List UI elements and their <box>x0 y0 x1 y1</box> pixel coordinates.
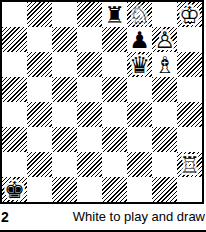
square-c2[interactable] <box>52 152 77 177</box>
square-h1[interactable] <box>177 177 202 202</box>
white-knight-f8: ♘ <box>127 2 152 27</box>
square-e8[interactable]: ♜ <box>102 2 127 27</box>
diagram-number: 2 <box>1 209 9 225</box>
square-g4[interactable] <box>152 102 177 127</box>
square-e5[interactable] <box>102 77 127 102</box>
black-queen-f6: ♛ <box>127 52 152 77</box>
white-pawn-g7: ♙ <box>152 27 177 52</box>
chess-board[interactable]: ♜♘♔♟♙♛♗♖♚ <box>0 0 204 204</box>
square-a2[interactable] <box>2 152 27 177</box>
square-h8[interactable]: ♔ <box>177 2 202 27</box>
square-b7[interactable] <box>27 27 52 52</box>
square-b6[interactable] <box>27 52 52 77</box>
square-e1[interactable] <box>102 177 127 202</box>
square-c7[interactable] <box>52 27 77 52</box>
square-c5[interactable] <box>52 77 77 102</box>
square-a6[interactable] <box>2 52 27 77</box>
square-d7[interactable] <box>77 27 102 52</box>
square-e3[interactable] <box>102 127 127 152</box>
square-h3[interactable] <box>177 127 202 152</box>
square-d5[interactable] <box>77 77 102 102</box>
square-f4[interactable] <box>127 102 152 127</box>
square-d6[interactable] <box>77 52 102 77</box>
square-a7[interactable] <box>2 27 27 52</box>
square-c6[interactable] <box>52 52 77 77</box>
square-h6[interactable] <box>177 52 202 77</box>
white-king-h8: ♔ <box>177 2 202 27</box>
square-e7[interactable] <box>102 27 127 52</box>
square-d3[interactable] <box>77 127 102 152</box>
square-f1[interactable] <box>127 177 152 202</box>
square-b5[interactable] <box>27 77 52 102</box>
square-a5[interactable] <box>2 77 27 102</box>
caption-bar: 2 White to play and draw <box>0 204 206 232</box>
square-a4[interactable] <box>2 102 27 127</box>
black-rook-e8: ♜ <box>102 2 127 27</box>
square-c4[interactable] <box>52 102 77 127</box>
square-f7[interactable]: ♟ <box>127 27 152 52</box>
square-g2[interactable] <box>152 152 177 177</box>
square-f5[interactable] <box>127 77 152 102</box>
square-b3[interactable] <box>27 127 52 152</box>
white-bishop-g6: ♗ <box>152 52 177 77</box>
square-a1[interactable]: ♚ <box>2 177 27 202</box>
square-e6[interactable] <box>102 52 127 77</box>
square-h4[interactable] <box>177 102 202 127</box>
stipulation-text: White to play and draw <box>73 209 205 224</box>
square-g3[interactable] <box>152 127 177 152</box>
square-g1[interactable] <box>152 177 177 202</box>
square-b8[interactable] <box>27 2 52 27</box>
square-f6[interactable]: ♛ <box>127 52 152 77</box>
square-c1[interactable] <box>52 177 77 202</box>
square-g8[interactable] <box>152 2 177 27</box>
square-c3[interactable] <box>52 127 77 152</box>
square-h5[interactable] <box>177 77 202 102</box>
square-d4[interactable] <box>77 102 102 127</box>
square-b1[interactable] <box>27 177 52 202</box>
black-king-a1: ♚ <box>2 177 27 202</box>
square-c8[interactable] <box>52 2 77 27</box>
chess-diagram-page: ♜♘♔♟♙♛♗♖♚ 2 White to play and draw <box>0 0 206 232</box>
square-d2[interactable] <box>77 152 102 177</box>
square-b4[interactable] <box>27 102 52 127</box>
white-rook-h2: ♖ <box>177 152 202 177</box>
square-f3[interactable] <box>127 127 152 152</box>
black-pawn-f7: ♟ <box>127 27 152 52</box>
square-e4[interactable] <box>102 102 127 127</box>
square-e2[interactable] <box>102 152 127 177</box>
square-b2[interactable] <box>27 152 52 177</box>
square-d1[interactable] <box>77 177 102 202</box>
square-g6[interactable]: ♗ <box>152 52 177 77</box>
square-h7[interactable] <box>177 27 202 52</box>
square-f2[interactable] <box>127 152 152 177</box>
square-g5[interactable] <box>152 77 177 102</box>
square-f8[interactable]: ♘ <box>127 2 152 27</box>
square-a8[interactable] <box>2 2 27 27</box>
square-d8[interactable] <box>77 2 102 27</box>
square-g7[interactable]: ♙ <box>152 27 177 52</box>
square-h2[interactable]: ♖ <box>177 152 202 177</box>
square-a3[interactable] <box>2 127 27 152</box>
